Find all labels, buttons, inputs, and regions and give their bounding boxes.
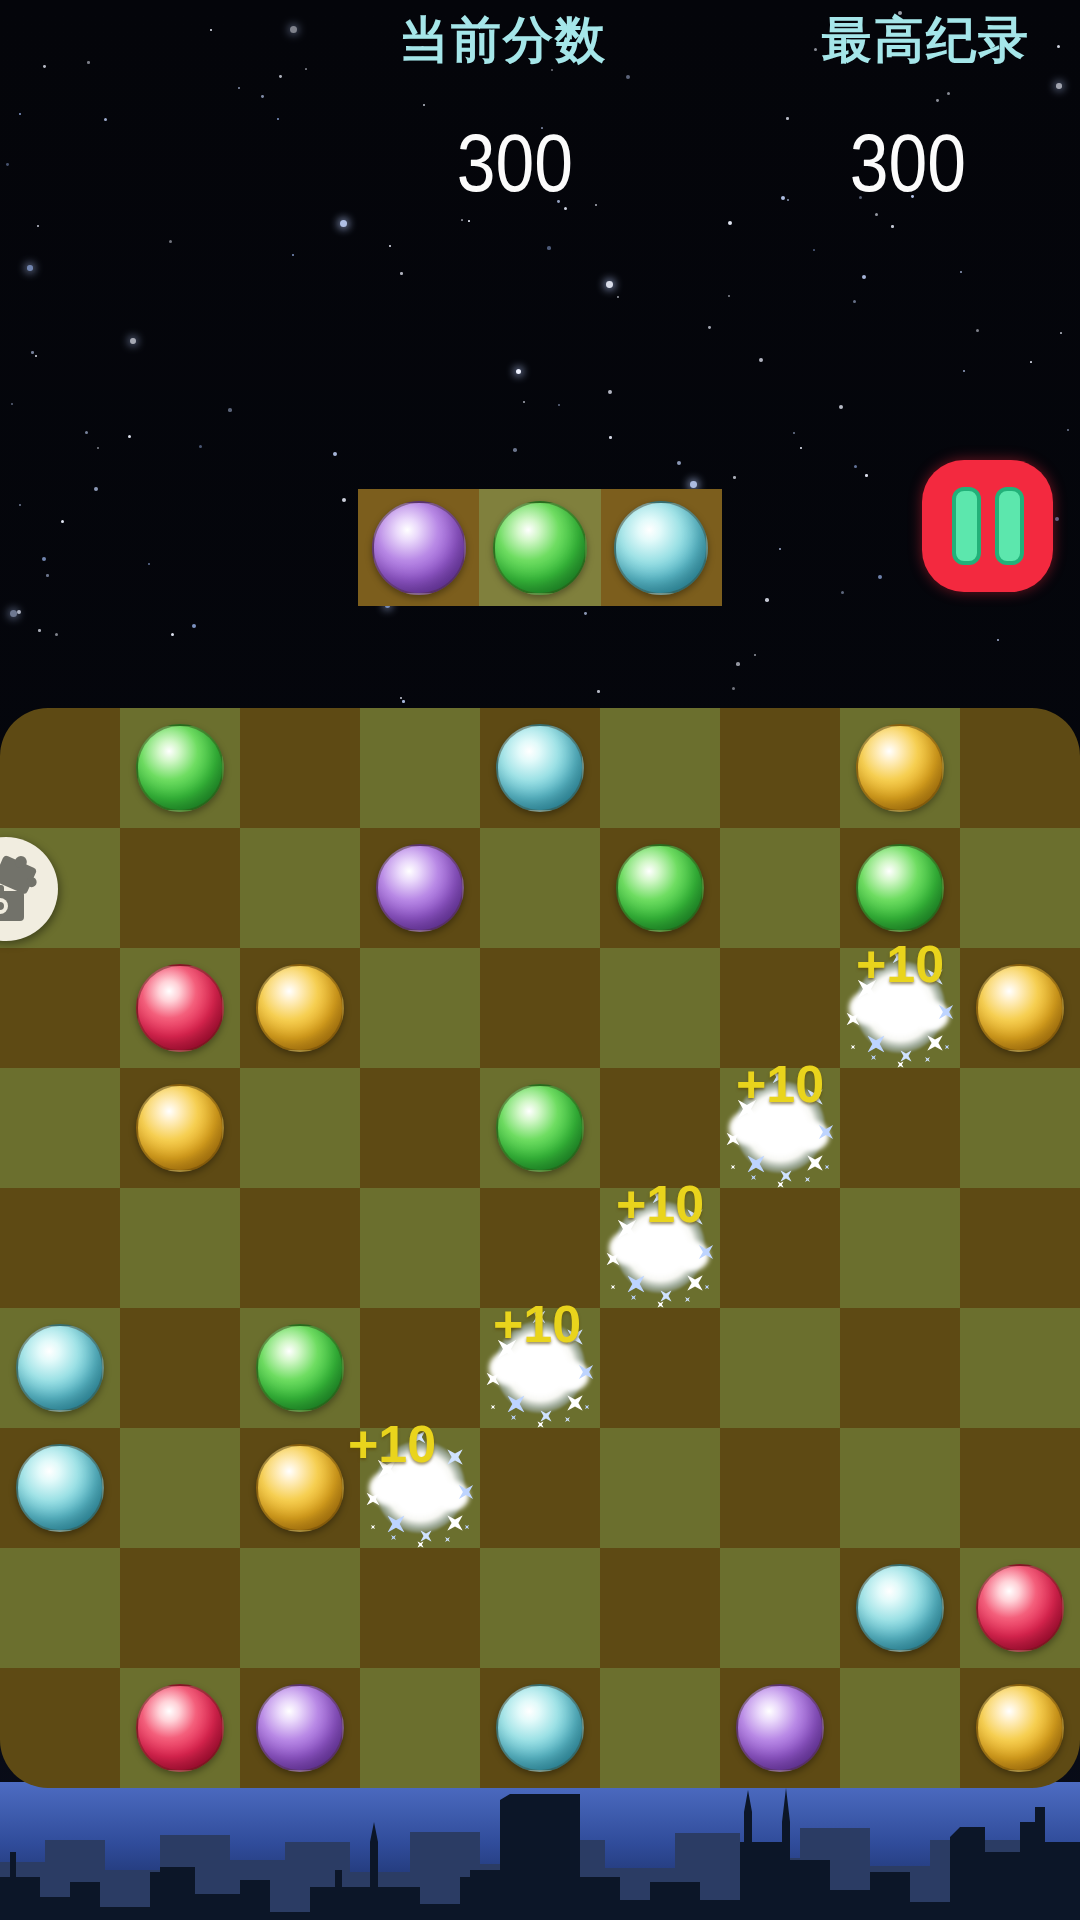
floating-tool-button[interactable] [0,837,58,941]
star [677,461,681,465]
star [865,474,868,477]
star [854,465,857,468]
star [104,118,107,121]
board-cell[interactable] [960,708,1080,828]
board-cell[interactable] [360,708,480,828]
star [765,598,769,602]
board-cell[interactable] [480,1668,600,1788]
board-cell[interactable] [480,1068,600,1188]
star [468,220,470,222]
ball-green[interactable] [256,1324,344,1412]
board-cell[interactable] [0,1548,120,1668]
board-cell[interactable] [240,1548,360,1668]
game-screen: 当前分数 300 最高纪录 300 +10+10+10+10+10 [0,0,1080,1920]
star [85,431,88,434]
board-cell[interactable] [240,1188,360,1308]
board-cell[interactable] [840,1668,960,1788]
board-cell[interactable] [0,1668,120,1788]
star [800,447,802,449]
star [547,246,551,250]
board-cell[interactable] [120,1668,240,1788]
star [606,281,613,288]
star [238,87,240,89]
pause-icon [995,487,1024,565]
ball-red[interactable] [136,1684,224,1772]
star [960,271,962,273]
next-ball-cell [358,489,479,606]
board-cell[interactable] [960,1668,1080,1788]
star [584,612,587,615]
board-cell[interactable] [720,1548,840,1668]
score-popup: +10 [736,1054,824,1114]
current-score-label: 当前分数 [303,10,703,70]
board-cell[interactable]: +10 [600,1188,720,1308]
star [31,351,34,354]
star [130,338,136,344]
board-cell[interactable] [720,948,840,1068]
board-cell[interactable] [960,828,1080,948]
star [400,697,402,699]
board-cell[interactable]: +10 [840,948,960,1068]
game-board[interactable]: +10+10+10+10+10 [0,708,1080,1788]
board-cell[interactable] [480,948,600,1068]
board-cell[interactable] [960,1308,1080,1428]
board-cell[interactable] [240,708,360,828]
board-cell[interactable] [240,948,360,1068]
score-popup: +10 [493,1294,581,1354]
board-cell[interactable] [0,948,120,1068]
star [617,296,619,298]
star [402,700,405,703]
board-cell[interactable] [360,1308,480,1428]
board-cell[interactable] [120,1428,240,1548]
next-ball-green [493,501,587,595]
star [841,591,844,594]
board-cell[interactable] [840,1428,960,1548]
star [690,481,697,488]
puzzle-camera-icon [0,837,58,941]
board-cell[interactable] [600,1428,720,1548]
board-cell[interactable] [480,1428,600,1548]
board-cell[interactable] [240,828,360,948]
board-cell[interactable] [360,1548,480,1668]
ball-gold[interactable] [256,964,344,1052]
star [759,358,763,362]
star [37,225,39,227]
board-cell[interactable] [600,1308,720,1428]
star [148,563,150,565]
board-cell[interactable] [840,708,960,828]
star [389,245,391,247]
board-cell[interactable] [840,1188,960,1308]
board-cell[interactable] [0,708,120,828]
board-cell[interactable] [120,1308,240,1428]
star [947,92,950,95]
star [976,329,979,332]
board-cell[interactable] [0,1068,120,1188]
board-cell[interactable]: +10 [720,1068,840,1188]
board-cell[interactable] [720,828,840,948]
star [513,448,517,452]
star [728,295,730,297]
star [340,220,347,227]
star [61,520,64,523]
board-cell[interactable] [960,948,1080,1068]
star [42,557,46,561]
star [733,476,736,479]
star [597,690,600,693]
board-cell[interactable] [840,828,960,948]
star [27,265,33,271]
star [609,436,612,439]
board-cell[interactable] [360,948,480,1068]
board-cell[interactable] [960,1428,1080,1548]
board-cell[interactable] [960,1188,1080,1308]
board-cell[interactable] [240,1308,360,1428]
current-score-value: 300 [345,118,685,208]
board-cell[interactable] [600,708,720,828]
ball-gold[interactable] [976,1684,1064,1772]
board-cell[interactable]: +10 [480,1308,600,1428]
star [38,629,41,632]
board-cell[interactable] [840,1548,960,1668]
best-score-label: 最高纪录 [726,10,1080,70]
ball-green[interactable] [616,844,704,932]
star [875,213,878,216]
board-cell[interactable] [120,1188,240,1308]
next-ball-cell [601,489,722,606]
board-cell[interactable] [600,828,720,948]
board-cell[interactable] [240,1068,360,1188]
board-cell[interactable] [720,1308,840,1428]
board-cell[interactable] [120,1068,240,1188]
ball-cyan[interactable] [496,724,584,812]
board-cell[interactable] [720,708,840,828]
ball-purple[interactable] [736,1684,824,1772]
star [279,75,282,78]
board-cell[interactable] [360,828,480,948]
next-balls-tray [358,489,722,606]
ball-green[interactable] [856,844,944,932]
board-cell[interactable] [720,1428,840,1548]
next-ball-cyan [614,501,708,595]
board-cell[interactable] [960,1548,1080,1668]
star [754,654,756,656]
star [210,29,212,31]
board-cell[interactable] [600,948,720,1068]
star [87,61,90,64]
pause-button[interactable] [922,460,1053,592]
star [171,633,174,636]
star [169,240,172,243]
board-cell[interactable] [360,1188,480,1308]
ball-gold[interactable] [136,1084,224,1172]
star [813,249,815,251]
ball-gold[interactable] [256,1444,344,1532]
star [342,498,346,502]
star [43,65,46,68]
board-cell[interactable] [840,1068,960,1188]
board-cell[interactable] [720,1668,840,1788]
ball-purple[interactable] [256,1684,344,1772]
city-skyline [0,1782,1080,1920]
star [708,326,711,329]
ball-cyan[interactable] [16,1444,104,1532]
star [963,370,965,372]
star [997,639,999,641]
star [19,504,21,506]
score-popup: +10 [348,1414,436,1474]
board-cell[interactable] [840,1308,960,1428]
board-cell[interactable] [240,1428,360,1548]
star [228,408,232,412]
board-cell[interactable] [720,1188,840,1308]
star [17,610,21,614]
star [55,633,58,636]
star [523,401,525,403]
pause-icon [952,487,981,565]
star [516,369,521,374]
board-cell[interactable] [600,1668,720,1788]
board-cell[interactable] [240,1668,360,1788]
star [891,225,894,228]
star [400,272,403,275]
star [461,219,463,221]
board-cell[interactable] [0,1188,120,1308]
star [1056,83,1062,89]
board-cell[interactable] [0,1428,120,1548]
star [46,574,49,577]
board-cell[interactable] [960,1068,1080,1188]
star [192,624,196,628]
board-cell[interactable] [120,708,240,828]
star [793,432,795,434]
star [862,275,866,279]
star [261,95,264,98]
star [199,445,202,448]
ball-red[interactable] [136,964,224,1052]
board-cell[interactable] [0,1308,120,1428]
ball-green[interactable] [496,1084,584,1172]
next-ball-cell [479,489,600,606]
star [936,99,939,102]
star [128,435,131,438]
star [1030,361,1032,363]
star [97,447,99,449]
score-popup: +10 [616,1174,704,1234]
star [1060,332,1062,334]
star [94,487,98,491]
best-score-value: 300 [738,118,1078,208]
star [290,26,297,33]
board-cell[interactable] [360,1668,480,1788]
board-cell[interactable]: +10 [360,1428,480,1548]
board-cell[interactable] [600,1548,720,1668]
star [626,75,630,79]
star [19,113,21,115]
board-cell[interactable] [480,828,600,948]
star [6,163,9,166]
board-cell[interactable] [480,1188,600,1308]
score-popup: +10 [856,934,944,994]
ball-green[interactable] [136,724,224,812]
star [333,452,337,456]
star [779,548,781,550]
ball-gold[interactable] [856,724,944,812]
star [423,104,425,106]
board-cell[interactable] [120,828,240,948]
next-ball-purple [372,501,466,595]
star [1067,429,1069,431]
star [10,610,17,617]
star [277,118,279,120]
ball-cyan[interactable] [16,1324,104,1412]
board-cell[interactable] [120,948,240,1068]
ball-purple[interactable] [376,844,464,932]
board-cell[interactable] [600,1068,720,1188]
star [728,221,732,225]
star [558,404,560,406]
star [292,254,294,256]
star [732,687,735,690]
star [853,300,856,303]
star [1055,517,1059,521]
star [11,403,13,405]
ball-red[interactable] [976,1564,1064,1652]
star [839,405,843,409]
board-cell[interactable] [360,1068,480,1188]
star [35,355,37,357]
board-cell[interactable] [480,708,600,828]
board-cell[interactable] [480,1548,600,1668]
star [608,390,612,394]
board-cell[interactable] [120,1548,240,1668]
ball-gold[interactable] [976,964,1064,1052]
star [736,662,740,666]
ball-cyan[interactable] [856,1564,944,1652]
star [878,575,882,579]
ball-cyan[interactable] [496,1684,584,1772]
